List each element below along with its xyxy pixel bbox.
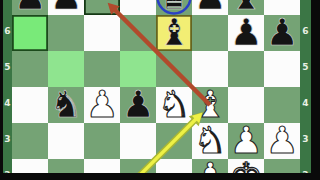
- piece-black-pawn-b7[interactable]: ♟: [48, 0, 84, 15]
- piece-white-pawn-h3[interactable]: ♟: [264, 123, 300, 159]
- square-c5[interactable]: [84, 51, 120, 87]
- piece-black-pawn-d4[interactable]: ♟: [120, 87, 156, 123]
- square-h4[interactable]: [264, 87, 300, 123]
- rank-label-strip-right: 765432: [300, 0, 311, 180]
- square-d5[interactable]: [120, 51, 156, 87]
- rank-label-right-3: 3: [300, 134, 311, 144]
- piece-black-bishop-e6[interactable]: ♝: [156, 15, 192, 51]
- piece-white-pawn-g3[interactable]: ♟: [228, 123, 264, 159]
- square-c7[interactable]: [84, 0, 120, 15]
- square-a5[interactable]: [12, 51, 48, 87]
- square-c3[interactable]: [84, 123, 120, 159]
- square-h5[interactable]: [264, 51, 300, 87]
- square-g4[interactable]: [228, 87, 264, 123]
- square-a6[interactable]: [12, 15, 48, 51]
- square-b5[interactable]: [48, 51, 84, 87]
- piece-black-knight-b4[interactable]: ♞: [48, 87, 84, 123]
- square-f5[interactable]: [192, 51, 228, 87]
- frame-bar-left: [0, 0, 3, 180]
- rank-label-left-6: 6: [3, 26, 12, 36]
- square-d6[interactable]: [120, 15, 156, 51]
- frame-bar-right: [311, 0, 320, 180]
- piece-white-knight-e4[interactable]: ♞: [156, 87, 192, 123]
- frame-bar-bottom: [0, 173, 320, 180]
- piece-black-pawn-f7[interactable]: ♟: [192, 0, 228, 15]
- square-a4[interactable]: [12, 87, 48, 123]
- rank-label-left-3: 3: [3, 134, 12, 144]
- square-e5[interactable]: [156, 51, 192, 87]
- rank-label-left-5: 5: [3, 62, 12, 72]
- rank-label-strip-left: 765432: [3, 0, 12, 180]
- chess-board-screenshot: ♟♟♛♟♝♝♟♟♞♟♟♞♝♞♟♟♟♚ 765432 765432: [0, 0, 320, 180]
- piece-white-knight-f3[interactable]: ♞: [192, 123, 228, 159]
- square-a3[interactable]: [12, 123, 48, 159]
- chess-board: ♟♟♛♟♝♝♟♟♞♟♟♞♝♞♟♟♟♚: [12, 0, 300, 180]
- rank-label-right-4: 4: [300, 98, 311, 108]
- piece-white-bishop-f4[interactable]: ♝: [192, 87, 228, 123]
- square-d3[interactable]: [120, 123, 156, 159]
- square-f6[interactable]: [192, 15, 228, 51]
- square-e3[interactable]: [156, 123, 192, 159]
- piece-white-pawn-c4[interactable]: ♟: [84, 87, 120, 123]
- piece-black-pawn-g6[interactable]: ♟: [228, 15, 264, 51]
- rank-label-right-6: 6: [300, 26, 311, 36]
- piece-black-pawn-a7[interactable]: ♟: [12, 0, 48, 15]
- rank-label-right-5: 5: [300, 62, 311, 72]
- piece-black-pawn-h6[interactable]: ♟: [264, 15, 300, 51]
- square-g5[interactable]: [228, 51, 264, 87]
- rank-label-left-4: 4: [3, 98, 12, 108]
- square-d7[interactable]: [120, 0, 156, 15]
- square-b3[interactable]: [48, 123, 84, 159]
- square-c6[interactable]: [84, 15, 120, 51]
- square-b6[interactable]: [48, 15, 84, 51]
